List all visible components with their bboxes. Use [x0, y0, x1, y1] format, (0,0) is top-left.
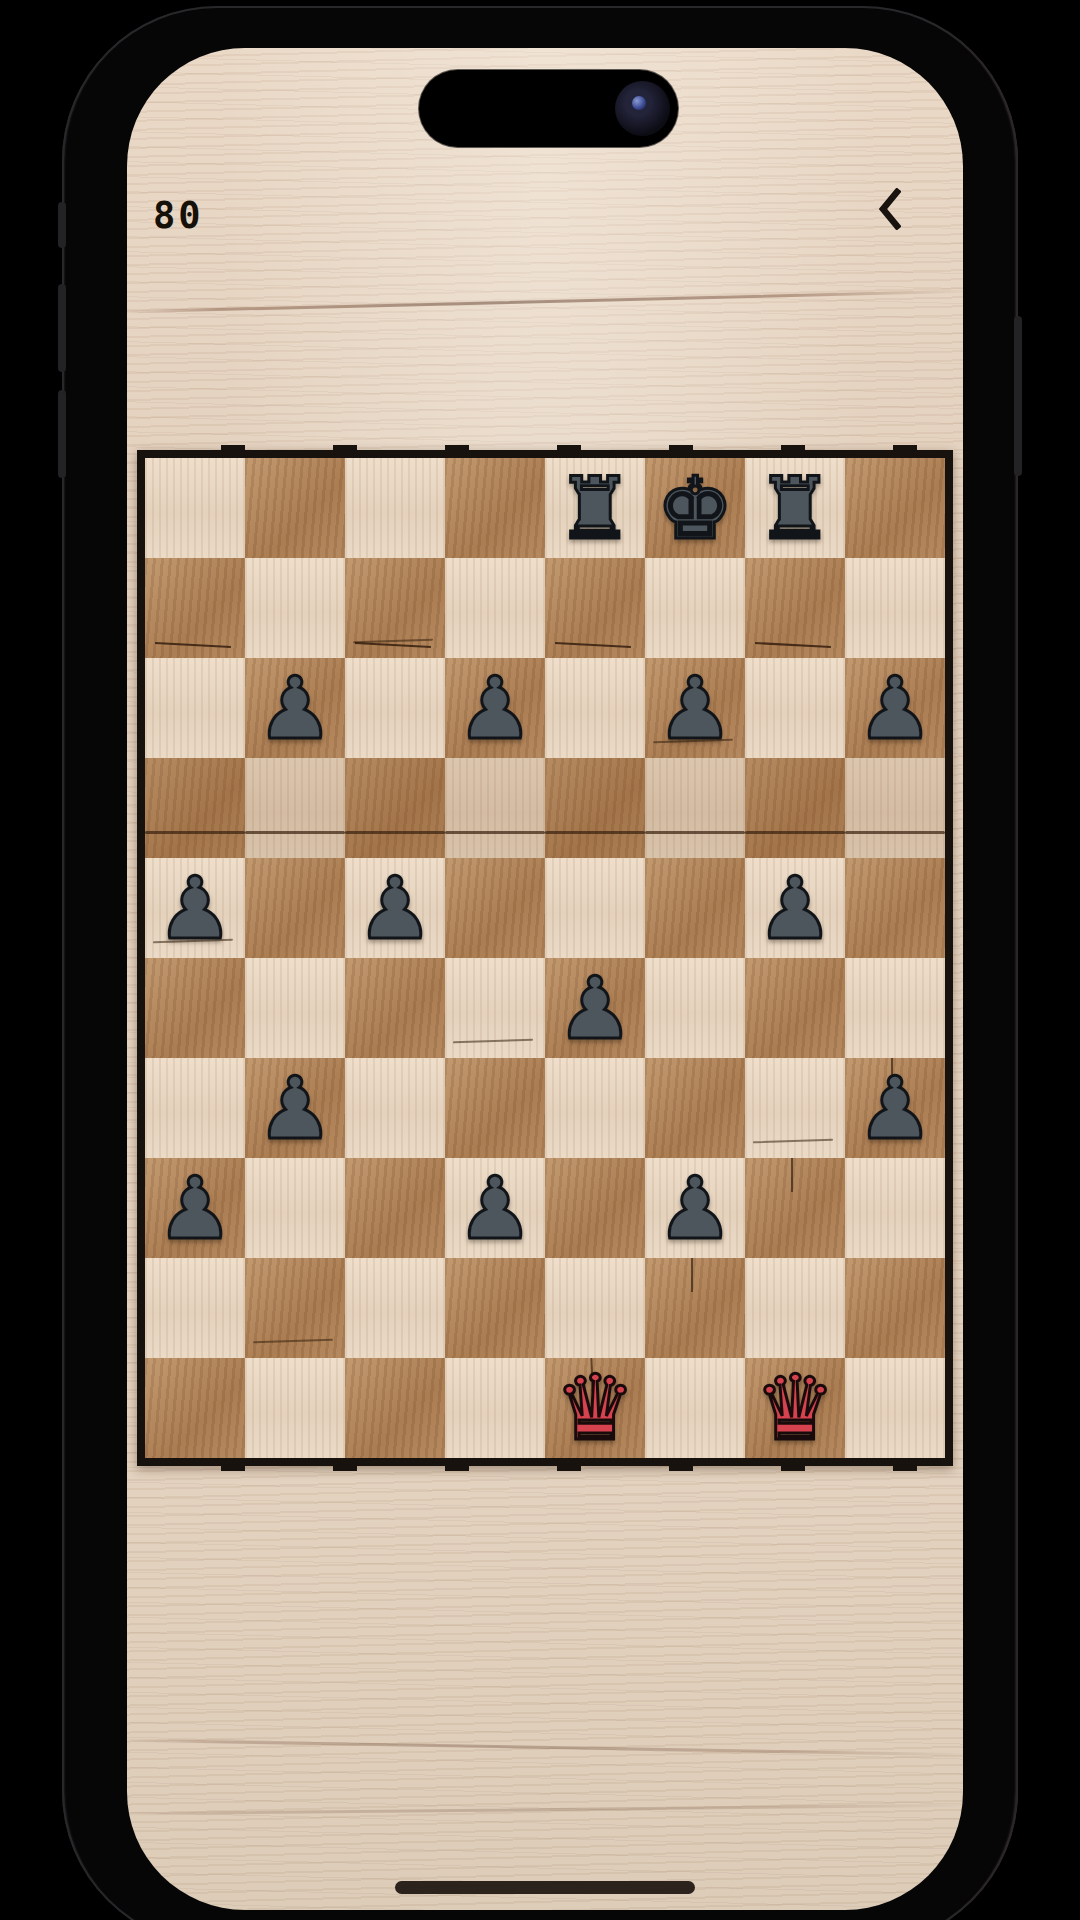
- square-h9[interactable]: [845, 558, 945, 658]
- square-d1[interactable]: [445, 1358, 545, 1458]
- square-e3[interactable]: [545, 1158, 645, 1258]
- square-b1[interactable]: [245, 1358, 345, 1458]
- square-e8[interactable]: [545, 658, 645, 758]
- square-a1[interactable]: [145, 1358, 245, 1458]
- square-c9[interactable]: [345, 558, 445, 658]
- chevron-left-icon: [877, 188, 901, 233]
- black-pawn[interactable]: ♟: [656, 658, 733, 758]
- wood-grain-crack: [127, 1803, 963, 1815]
- square-b6[interactable]: [245, 858, 345, 958]
- square-h3[interactable]: [845, 1158, 945, 1258]
- square-f4[interactable]: [645, 1058, 745, 1158]
- square-e7[interactable]: [545, 758, 645, 858]
- square-h6[interactable]: [845, 858, 945, 958]
- square-c1[interactable]: [345, 1358, 445, 1458]
- square-h2[interactable]: [845, 1258, 945, 1358]
- square-h10[interactable]: [845, 458, 945, 558]
- black-pawn[interactable]: ♟: [456, 658, 533, 758]
- square-c4[interactable]: [345, 1058, 445, 1158]
- square-b4[interactable]: ♟: [245, 1058, 345, 1158]
- square-g9[interactable]: [745, 558, 845, 658]
- back-button[interactable]: [865, 182, 913, 238]
- square-e6[interactable]: [545, 858, 645, 958]
- phone-frame: 80 ♜♚♜♟♟♟♟♟♟♟♟♟♟♟♟♟♛♛: [62, 6, 1018, 1920]
- black-pawn[interactable]: ♟: [856, 658, 933, 758]
- square-c2[interactable]: [345, 1258, 445, 1358]
- volume-up-button[interactable]: [58, 284, 66, 372]
- stage: 80 ♜♚♜♟♟♟♟♟♟♟♟♟♟♟♟♟♛♛: [0, 0, 1080, 1920]
- square-d3[interactable]: ♟: [445, 1158, 545, 1258]
- square-b10[interactable]: [245, 458, 345, 558]
- black-pawn[interactable]: ♟: [556, 958, 633, 1058]
- square-g4[interactable]: [745, 1058, 845, 1158]
- square-d9[interactable]: [445, 558, 545, 658]
- black-king[interactable]: ♚: [656, 458, 733, 558]
- square-d5[interactable]: [445, 958, 545, 1058]
- black-pawn[interactable]: ♟: [656, 1158, 733, 1258]
- square-c6[interactable]: ♟: [345, 858, 445, 958]
- square-c5[interactable]: [345, 958, 445, 1058]
- black-pawn[interactable]: ♟: [856, 1058, 933, 1158]
- square-e5[interactable]: ♟: [545, 958, 645, 1058]
- black-pawn[interactable]: ♟: [256, 1058, 333, 1158]
- square-e2[interactable]: [545, 1258, 645, 1358]
- square-b8[interactable]: ♟: [245, 658, 345, 758]
- black-pawn[interactable]: ♟: [156, 1158, 233, 1258]
- square-h8[interactable]: ♟: [845, 658, 945, 758]
- square-b3[interactable]: [245, 1158, 345, 1258]
- board-grid: ♜♚♜♟♟♟♟♟♟♟♟♟♟♟♟♟♛♛: [145, 458, 945, 1458]
- action-button[interactable]: [58, 202, 66, 248]
- square-g1[interactable]: ♛: [745, 1358, 845, 1458]
- square-d6[interactable]: [445, 858, 545, 958]
- square-a4[interactable]: [145, 1058, 245, 1158]
- square-d2[interactable]: [445, 1258, 545, 1358]
- volume-down-button[interactable]: [58, 390, 66, 478]
- square-a6[interactable]: ♟: [145, 858, 245, 958]
- screen: 80 ♜♚♜♟♟♟♟♟♟♟♟♟♟♟♟♟♛♛: [127, 48, 963, 1910]
- square-f2[interactable]: [645, 1258, 745, 1358]
- square-b7[interactable]: [245, 758, 345, 858]
- power-button[interactable]: [1014, 316, 1022, 476]
- black-pawn[interactable]: ♟: [256, 658, 333, 758]
- front-camera-icon: [615, 81, 670, 136]
- chess-board: ♜♚♜♟♟♟♟♟♟♟♟♟♟♟♟♟♛♛: [137, 450, 953, 1466]
- square-d8[interactable]: ♟: [445, 658, 545, 758]
- black-rook[interactable]: ♜: [756, 458, 833, 558]
- square-g3[interactable]: [745, 1158, 845, 1258]
- square-h7[interactable]: [845, 758, 945, 858]
- level-label: 80: [153, 194, 204, 237]
- square-a5[interactable]: [145, 958, 245, 1058]
- square-e1[interactable]: ♛: [545, 1358, 645, 1458]
- square-f8[interactable]: ♟: [645, 658, 745, 758]
- square-f10[interactable]: ♚: [645, 458, 745, 558]
- square-c7[interactable]: [345, 758, 445, 858]
- black-pawn[interactable]: ♟: [356, 858, 433, 958]
- square-d4[interactable]: [445, 1058, 545, 1158]
- square-e10[interactable]: ♜: [545, 458, 645, 558]
- square-f5[interactable]: [645, 958, 745, 1058]
- square-d7[interactable]: [445, 758, 545, 858]
- square-d10[interactable]: [445, 458, 545, 558]
- square-g7[interactable]: [745, 758, 845, 858]
- square-f1[interactable]: [645, 1358, 745, 1458]
- square-c3[interactable]: [345, 1158, 445, 1258]
- dynamic-island: [419, 70, 678, 147]
- square-a9[interactable]: [145, 558, 245, 658]
- square-h1[interactable]: [845, 1358, 945, 1458]
- red-queen[interactable]: ♛: [555, 1358, 636, 1458]
- square-b2[interactable]: [245, 1258, 345, 1358]
- wood-grain-crack: [127, 1738, 963, 1756]
- square-a8[interactable]: [145, 658, 245, 758]
- square-f9[interactable]: [645, 558, 745, 658]
- black-pawn[interactable]: ♟: [456, 1158, 533, 1258]
- square-e4[interactable]: [545, 1058, 645, 1158]
- black-pawn[interactable]: ♟: [756, 858, 833, 958]
- square-a10[interactable]: [145, 458, 245, 558]
- black-rook[interactable]: ♜: [556, 458, 633, 558]
- square-a3[interactable]: ♟: [145, 1158, 245, 1258]
- square-f3[interactable]: ♟: [645, 1158, 745, 1258]
- red-queen[interactable]: ♛: [755, 1358, 836, 1458]
- square-g8[interactable]: [745, 658, 845, 758]
- square-a2[interactable]: [145, 1258, 245, 1358]
- square-g6[interactable]: ♟: [745, 858, 845, 958]
- square-g2[interactable]: [745, 1258, 845, 1358]
- home-indicator[interactable]: [395, 1881, 695, 1894]
- square-f6[interactable]: [645, 858, 745, 958]
- wood-grain-crack: [127, 289, 963, 313]
- square-h5[interactable]: [845, 958, 945, 1058]
- square-f7[interactable]: [645, 758, 745, 858]
- square-b9[interactable]: [245, 558, 345, 658]
- square-b5[interactable]: [245, 958, 345, 1058]
- square-h4[interactable]: ♟: [845, 1058, 945, 1158]
- square-c10[interactable]: [345, 458, 445, 558]
- square-e9[interactable]: [545, 558, 645, 658]
- square-a7[interactable]: [145, 758, 245, 858]
- black-pawn[interactable]: ♟: [156, 858, 233, 958]
- square-g5[interactable]: [745, 958, 845, 1058]
- square-g10[interactable]: ♜: [745, 458, 845, 558]
- square-c8[interactable]: [345, 658, 445, 758]
